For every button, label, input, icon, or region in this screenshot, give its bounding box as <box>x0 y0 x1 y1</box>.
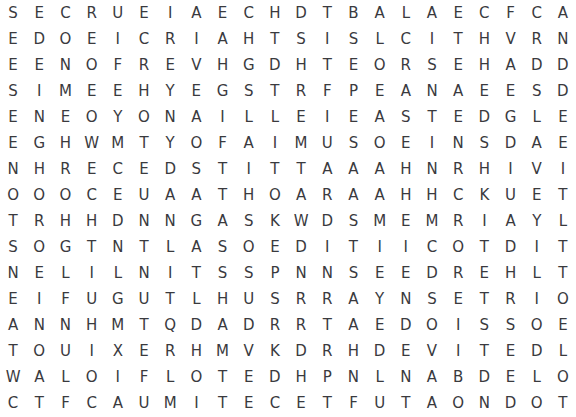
grid-cell[interactable]: I <box>26 287 52 313</box>
grid-cell[interactable]: O <box>0 182 26 208</box>
grid-cell[interactable]: T <box>131 235 157 261</box>
grid-cell[interactable]: S <box>262 287 288 313</box>
grid-cell[interactable]: E <box>288 104 314 130</box>
grid-cell[interactable]: S <box>340 26 366 52</box>
grid-cell[interactable]: I <box>105 26 131 52</box>
grid-cell[interactable]: S <box>471 313 497 339</box>
grid-cell[interactable]: T <box>314 0 340 26</box>
grid-cell[interactable]: Q <box>157 313 183 339</box>
grid-cell[interactable]: E <box>105 182 131 208</box>
grid-cell[interactable]: I <box>26 78 52 104</box>
grid-cell[interactable]: O <box>79 104 105 130</box>
grid-cell[interactable]: P <box>340 78 366 104</box>
grid-cell[interactable]: I <box>471 209 497 235</box>
grid-cell[interactable]: O <box>26 339 52 365</box>
grid-cell[interactable]: I <box>209 104 235 130</box>
grid-cell[interactable]: N <box>0 261 26 287</box>
grid-cell[interactable]: H <box>393 182 419 208</box>
grid-cell[interactable]: N <box>131 209 157 235</box>
grid-cell[interactable]: T <box>550 235 576 261</box>
grid-cell[interactable]: A <box>340 182 366 208</box>
grid-cell[interactable]: F <box>105 52 131 78</box>
grid-cell[interactable]: S <box>209 235 235 261</box>
grid-cell[interactable]: O <box>419 313 445 339</box>
grid-cell[interactable]: E <box>393 130 419 156</box>
grid-cell[interactable]: S <box>340 261 366 287</box>
grid-cell[interactable]: O <box>26 235 52 261</box>
grid-cell[interactable]: R <box>393 52 419 78</box>
grid-cell[interactable]: O <box>445 235 471 261</box>
grid-cell[interactable]: H <box>471 52 497 78</box>
grid-cell[interactable]: S <box>340 130 366 156</box>
grid-cell[interactable]: C <box>524 0 550 26</box>
grid-cell[interactable]: K <box>262 209 288 235</box>
grid-cell[interactable]: E <box>393 339 419 365</box>
grid-cell[interactable]: D <box>524 52 550 78</box>
grid-cell[interactable]: H <box>236 26 262 52</box>
grid-cell[interactable]: R <box>445 261 471 287</box>
grid-cell[interactable]: H <box>79 209 105 235</box>
grid-cell[interactable]: T <box>288 156 314 182</box>
grid-cell[interactable]: E <box>497 365 523 391</box>
grid-cell[interactable]: C <box>79 182 105 208</box>
grid-cell[interactable]: E <box>26 261 52 287</box>
grid-cell[interactable]: S <box>209 261 235 287</box>
grid-cell[interactable]: R <box>26 209 52 235</box>
grid-cell[interactable]: I <box>419 26 445 52</box>
grid-cell[interactable]: Y <box>367 287 393 313</box>
grid-cell[interactable]: U <box>105 0 131 26</box>
grid-cell[interactable]: O <box>52 182 78 208</box>
grid-cell[interactable]: T <box>445 26 471 52</box>
grid-cell[interactable]: M <box>209 339 235 365</box>
grid-cell[interactable]: H <box>288 365 314 391</box>
grid-cell[interactable]: A <box>445 78 471 104</box>
grid-cell[interactable]: E <box>52 104 78 130</box>
grid-cell[interactable]: C <box>236 0 262 26</box>
grid-cell[interactable]: A <box>419 365 445 391</box>
grid-cell[interactable]: L <box>183 287 209 313</box>
grid-cell[interactable]: D <box>262 365 288 391</box>
grid-cell[interactable]: D <box>288 339 314 365</box>
grid-cell[interactable]: N <box>471 391 497 417</box>
grid-cell[interactable]: O <box>367 52 393 78</box>
grid-cell[interactable]: C <box>471 0 497 26</box>
grid-cell[interactable]: O <box>367 130 393 156</box>
grid-cell[interactable]: O <box>131 104 157 130</box>
grid-cell[interactable]: A <box>105 391 131 417</box>
grid-cell[interactable]: C <box>393 26 419 52</box>
grid-cell[interactable]: I <box>367 235 393 261</box>
grid-cell[interactable]: I <box>79 339 105 365</box>
grid-cell[interactable]: R <box>288 313 314 339</box>
grid-cell[interactable]: A <box>314 156 340 182</box>
grid-cell[interactable]: R <box>288 287 314 313</box>
grid-cell[interactable]: O <box>550 287 576 313</box>
grid-cell[interactable]: I <box>262 130 288 156</box>
grid-cell[interactable]: H <box>79 313 105 339</box>
grid-cell[interactable]: T <box>209 365 235 391</box>
grid-cell[interactable]: E <box>0 287 26 313</box>
grid-cell[interactable]: L <box>157 235 183 261</box>
grid-cell[interactable]: L <box>52 365 78 391</box>
grid-cell[interactable]: R <box>262 313 288 339</box>
grid-cell[interactable]: I <box>524 235 550 261</box>
grid-cell[interactable]: G <box>183 209 209 235</box>
grid-cell[interactable]: S <box>236 78 262 104</box>
grid-cell[interactable]: C <box>52 0 78 26</box>
grid-cell[interactable]: E <box>445 0 471 26</box>
grid-cell[interactable]: L <box>550 209 576 235</box>
grid-cell[interactable]: V <box>183 52 209 78</box>
grid-cell[interactable]: U <box>79 287 105 313</box>
grid-cell[interactable]: N <box>419 156 445 182</box>
grid-cell[interactable]: L <box>367 26 393 52</box>
grid-cell[interactable]: R <box>524 26 550 52</box>
grid-cell[interactable]: V <box>497 26 523 52</box>
grid-cell[interactable]: T <box>209 156 235 182</box>
grid-cell[interactable]: M <box>105 313 131 339</box>
grid-cell[interactable]: C <box>105 156 131 182</box>
grid-cell[interactable]: G <box>26 130 52 156</box>
grid-cell[interactable]: B <box>340 0 366 26</box>
grid-cell[interactable]: A <box>183 0 209 26</box>
grid-cell[interactable]: D <box>393 313 419 339</box>
grid-cell[interactable]: T <box>419 104 445 130</box>
grid-cell[interactable]: E <box>209 0 235 26</box>
grid-cell[interactable]: L <box>52 261 78 287</box>
grid-cell[interactable]: T <box>131 313 157 339</box>
grid-cell[interactable]: F <box>131 365 157 391</box>
grid-cell[interactable]: H <box>236 182 262 208</box>
grid-cell[interactable]: U <box>314 130 340 156</box>
grid-cell[interactable]: G <box>52 235 78 261</box>
grid-cell[interactable]: A <box>419 391 445 417</box>
grid-cell[interactable]: S <box>0 0 26 26</box>
grid-cell[interactable]: A <box>236 130 262 156</box>
grid-cell[interactable]: Y <box>524 209 550 235</box>
grid-cell[interactable]: T <box>314 52 340 78</box>
grid-cell[interactable]: H <box>52 209 78 235</box>
grid-cell[interactable]: D <box>288 0 314 26</box>
grid-cell[interactable]: L <box>524 365 550 391</box>
grid-cell[interactable]: A <box>393 78 419 104</box>
grid-cell[interactable]: T <box>471 287 497 313</box>
grid-cell[interactable]: T <box>209 391 235 417</box>
grid-cell[interactable]: I <box>314 235 340 261</box>
grid-cell[interactable]: F <box>314 78 340 104</box>
grid-cell[interactable]: Y <box>157 78 183 104</box>
grid-cell[interactable]: V <box>236 339 262 365</box>
grid-cell[interactable]: A <box>340 313 366 339</box>
grid-cell[interactable]: S <box>183 156 209 182</box>
grid-cell[interactable]: I <box>157 0 183 26</box>
grid-cell[interactable]: E <box>471 261 497 287</box>
grid-cell[interactable]: N <box>157 209 183 235</box>
grid-cell[interactable]: H <box>419 182 445 208</box>
grid-cell[interactable]: M <box>419 209 445 235</box>
grid-cell[interactable]: U <box>236 287 262 313</box>
grid-cell[interactable]: I <box>105 365 131 391</box>
grid-cell[interactable]: A <box>524 130 550 156</box>
grid-cell[interactable]: H <box>131 78 157 104</box>
grid-cell[interactable]: T <box>157 287 183 313</box>
grid-cell[interactable]: U <box>367 391 393 417</box>
grid-cell[interactable]: E <box>340 52 366 78</box>
grid-cell[interactable]: C <box>0 391 26 417</box>
grid-cell[interactable]: E <box>550 104 576 130</box>
grid-cell[interactable]: I <box>183 26 209 52</box>
grid-cell[interactable]: V <box>524 156 550 182</box>
grid-cell[interactable]: E <box>26 52 52 78</box>
grid-cell[interactable]: S <box>236 261 262 287</box>
grid-cell[interactable]: S <box>524 78 550 104</box>
grid-cell[interactable]: D <box>419 261 445 287</box>
grid-cell[interactable]: D <box>314 209 340 235</box>
grid-cell[interactable]: O <box>262 182 288 208</box>
grid-cell[interactable]: T <box>471 339 497 365</box>
grid-cell[interactable]: X <box>105 339 131 365</box>
grid-cell[interactable]: M <box>52 78 78 104</box>
grid-cell[interactable]: T <box>550 182 576 208</box>
grid-cell[interactable]: T <box>340 235 366 261</box>
grid-cell[interactable]: R <box>157 339 183 365</box>
grid-cell[interactable]: Y <box>105 104 131 130</box>
grid-cell[interactable]: E <box>393 261 419 287</box>
grid-cell[interactable]: H <box>393 156 419 182</box>
grid-cell[interactable]: A <box>209 209 235 235</box>
grid-cell[interactable]: N <box>445 130 471 156</box>
grid-cell[interactable]: C <box>131 26 157 52</box>
grid-cell[interactable]: E <box>367 313 393 339</box>
grid-cell[interactable]: N <box>26 104 52 130</box>
grid-cell[interactable]: S <box>340 209 366 235</box>
grid-cell[interactable]: D <box>524 339 550 365</box>
grid-cell[interactable]: T <box>262 78 288 104</box>
grid-cell[interactable]: I <box>524 287 550 313</box>
grid-cell[interactable]: F <box>209 130 235 156</box>
grid-cell[interactable]: M <box>157 391 183 417</box>
grid-cell[interactable]: D <box>550 52 576 78</box>
grid-cell[interactable]: A <box>367 156 393 182</box>
grid-cell[interactable]: C <box>445 182 471 208</box>
grid-cell[interactable]: A <box>26 365 52 391</box>
grid-cell[interactable]: R <box>314 339 340 365</box>
grid-cell[interactable]: P <box>262 261 288 287</box>
grid-cell[interactable]: A <box>183 182 209 208</box>
grid-cell[interactable]: E <box>26 0 52 26</box>
grid-cell[interactable]: D <box>367 339 393 365</box>
grid-cell[interactable]: E <box>131 339 157 365</box>
grid-cell[interactable]: T <box>0 209 26 235</box>
grid-cell[interactable]: E <box>550 130 576 156</box>
grid-cell[interactable]: E <box>183 78 209 104</box>
grid-cell[interactable]: L <box>524 261 550 287</box>
grid-cell[interactable]: G <box>497 104 523 130</box>
grid-cell[interactable]: P <box>314 365 340 391</box>
grid-cell[interactable]: D <box>262 52 288 78</box>
grid-cell[interactable]: F <box>340 391 366 417</box>
grid-cell[interactable]: L <box>262 104 288 130</box>
grid-cell[interactable]: E <box>236 391 262 417</box>
grid-cell[interactable]: G <box>105 287 131 313</box>
grid-cell[interactable]: E <box>445 287 471 313</box>
grid-cell[interactable]: E <box>0 130 26 156</box>
grid-cell[interactable]: A <box>419 0 445 26</box>
grid-cell[interactable]: T <box>79 235 105 261</box>
grid-cell[interactable]: H <box>262 0 288 26</box>
grid-cell[interactable]: G <box>236 52 262 78</box>
grid-cell[interactable]: B <box>445 365 471 391</box>
grid-cell[interactable]: H <box>209 287 235 313</box>
grid-cell[interactable]: H <box>26 156 52 182</box>
grid-cell[interactable]: O <box>26 182 52 208</box>
grid-cell[interactable]: I <box>79 261 105 287</box>
grid-cell[interactable]: D <box>550 78 576 104</box>
grid-cell[interactable]: T <box>209 182 235 208</box>
grid-cell[interactable]: T <box>550 261 576 287</box>
grid-cell[interactable]: E <box>0 52 26 78</box>
grid-cell[interactable]: D <box>497 235 523 261</box>
grid-cell[interactable]: E <box>262 235 288 261</box>
grid-cell[interactable]: T <box>471 235 497 261</box>
grid-cell[interactable]: A <box>288 182 314 208</box>
grid-cell[interactable]: O <box>550 365 576 391</box>
grid-cell[interactable]: D <box>497 391 523 417</box>
grid-cell[interactable]: E <box>367 78 393 104</box>
grid-cell[interactable]: D <box>497 130 523 156</box>
grid-cell[interactable]: O <box>524 391 550 417</box>
grid-cell[interactable]: L <box>367 365 393 391</box>
grid-cell[interactable]: K <box>262 339 288 365</box>
grid-cell[interactable]: H <box>471 156 497 182</box>
grid-cell[interactable]: R <box>314 287 340 313</box>
grid-cell[interactable]: E <box>524 182 550 208</box>
grid-cell[interactable]: O <box>79 52 105 78</box>
grid-cell[interactable]: R <box>288 78 314 104</box>
grid-cell[interactable]: E <box>79 26 105 52</box>
grid-cell[interactable]: R <box>52 156 78 182</box>
grid-cell[interactable]: H <box>497 261 523 287</box>
grid-cell[interactable]: D <box>288 235 314 261</box>
grid-cell[interactable]: O <box>524 313 550 339</box>
grid-cell[interactable]: E <box>157 52 183 78</box>
grid-cell[interactable]: S <box>236 209 262 235</box>
grid-cell[interactable]: F <box>52 287 78 313</box>
grid-cell[interactable]: O <box>236 235 262 261</box>
grid-cell[interactable]: U <box>131 391 157 417</box>
grid-cell[interactable]: E <box>497 78 523 104</box>
grid-cell[interactable]: L <box>524 104 550 130</box>
grid-cell[interactable]: T <box>183 261 209 287</box>
grid-cell[interactable]: K <box>471 182 497 208</box>
grid-cell[interactable]: N <box>314 261 340 287</box>
grid-cell[interactable]: A <box>367 182 393 208</box>
grid-cell[interactable]: T <box>131 130 157 156</box>
grid-cell[interactable]: E <box>79 156 105 182</box>
grid-cell[interactable]: N <box>157 104 183 130</box>
grid-cell[interactable]: E <box>236 365 262 391</box>
grid-cell[interactable]: N <box>393 365 419 391</box>
grid-cell[interactable]: U <box>131 182 157 208</box>
grid-cell[interactable]: N <box>340 365 366 391</box>
grid-cell[interactable]: N <box>52 52 78 78</box>
grid-cell[interactable]: A <box>367 0 393 26</box>
grid-cell[interactable]: N <box>393 287 419 313</box>
grid-cell[interactable]: R <box>157 26 183 52</box>
grid-cell[interactable]: N <box>550 26 576 52</box>
grid-cell[interactable]: E <box>445 52 471 78</box>
grid-cell[interactable]: T <box>26 391 52 417</box>
grid-cell[interactable]: I <box>314 104 340 130</box>
grid-cell[interactable]: L <box>550 339 576 365</box>
grid-cell[interactable]: A <box>497 52 523 78</box>
grid-cell[interactable]: E <box>340 104 366 130</box>
grid-cell[interactable]: E <box>131 0 157 26</box>
grid-cell[interactable]: R <box>445 209 471 235</box>
grid-cell[interactable]: O <box>52 26 78 52</box>
grid-cell[interactable]: Y <box>157 130 183 156</box>
grid-cell[interactable]: H <box>288 52 314 78</box>
grid-cell[interactable]: F <box>52 391 78 417</box>
grid-cell[interactable]: S <box>419 287 445 313</box>
grid-cell[interactable]: H <box>52 130 78 156</box>
grid-cell[interactable]: E <box>288 391 314 417</box>
grid-cell[interactable]: O <box>183 130 209 156</box>
grid-cell[interactable]: F <box>497 0 523 26</box>
grid-cell[interactable]: A <box>367 104 393 130</box>
grid-cell[interactable]: N <box>26 313 52 339</box>
grid-cell[interactable]: A <box>209 26 235 52</box>
grid-cell[interactable]: T <box>0 339 26 365</box>
grid-cell[interactable]: H <box>471 26 497 52</box>
grid-cell[interactable]: E <box>0 104 26 130</box>
grid-cell[interactable]: C <box>262 391 288 417</box>
grid-cell[interactable]: D <box>471 365 497 391</box>
grid-cell[interactable]: R <box>445 156 471 182</box>
grid-cell[interactable]: D <box>157 156 183 182</box>
grid-cell[interactable]: A <box>497 209 523 235</box>
grid-cell[interactable]: E <box>79 78 105 104</box>
grid-cell[interactable]: R <box>79 0 105 26</box>
grid-cell[interactable]: N <box>52 313 78 339</box>
grid-cell[interactable]: N <box>105 235 131 261</box>
grid-cell[interactable]: A <box>340 287 366 313</box>
grid-cell[interactable]: H <box>183 339 209 365</box>
grid-cell[interactable]: H <box>340 339 366 365</box>
grid-cell[interactable]: L <box>105 261 131 287</box>
grid-cell[interactable]: E <box>367 261 393 287</box>
grid-cell[interactable]: G <box>209 78 235 104</box>
grid-cell[interactable]: E <box>393 209 419 235</box>
grid-cell[interactable]: E <box>497 339 523 365</box>
grid-cell[interactable]: S <box>471 130 497 156</box>
grid-cell[interactable]: I <box>314 26 340 52</box>
grid-cell[interactable]: L <box>157 365 183 391</box>
grid-cell[interactable]: L <box>393 0 419 26</box>
grid-cell[interactable]: I <box>236 156 262 182</box>
grid-cell[interactable]: A <box>209 313 235 339</box>
grid-cell[interactable]: E <box>131 156 157 182</box>
grid-cell[interactable]: T <box>262 26 288 52</box>
grid-cell[interactable]: N <box>288 261 314 287</box>
grid-cell[interactable]: S <box>393 104 419 130</box>
grid-cell[interactable]: I <box>550 156 576 182</box>
grid-cell[interactable]: A <box>0 313 26 339</box>
grid-cell[interactable]: S <box>0 235 26 261</box>
grid-cell[interactable]: D <box>471 104 497 130</box>
grid-cell[interactable]: A <box>340 156 366 182</box>
